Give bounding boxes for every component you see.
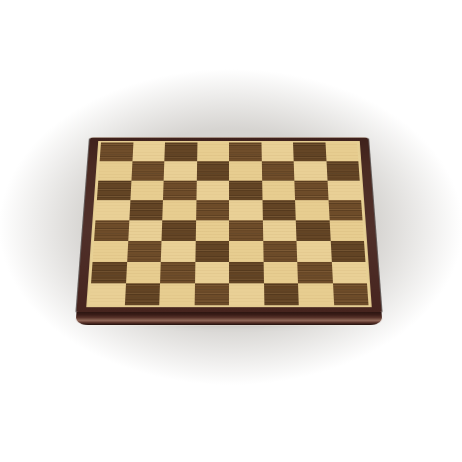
square-d3 bbox=[195, 241, 229, 262]
square-f6 bbox=[262, 181, 295, 201]
square-d8 bbox=[197, 142, 229, 161]
square-c8 bbox=[164, 142, 197, 161]
square-g4 bbox=[296, 220, 330, 241]
square-c4 bbox=[162, 220, 196, 241]
board-front-edge bbox=[75, 312, 382, 325]
board-grid bbox=[89, 142, 368, 305]
square-g7 bbox=[294, 161, 327, 180]
square-e2 bbox=[229, 262, 263, 283]
square-f4 bbox=[262, 220, 296, 241]
square-g2 bbox=[297, 262, 332, 283]
square-g3 bbox=[296, 241, 331, 262]
square-h7 bbox=[326, 161, 360, 180]
square-c1 bbox=[159, 283, 194, 305]
square-a8 bbox=[100, 142, 133, 161]
product-photo-scene bbox=[0, 0, 462, 462]
square-a6 bbox=[97, 181, 131, 201]
square-f1 bbox=[263, 283, 298, 305]
square-d5 bbox=[196, 200, 229, 220]
board-inlay-line bbox=[86, 141, 372, 307]
square-d2 bbox=[195, 262, 229, 283]
square-c6 bbox=[163, 181, 196, 201]
square-h1 bbox=[332, 283, 368, 305]
square-f5 bbox=[262, 200, 296, 220]
square-h2 bbox=[331, 262, 367, 283]
square-e8 bbox=[229, 142, 261, 161]
square-e1 bbox=[229, 283, 264, 305]
square-a1 bbox=[89, 283, 125, 305]
square-h4 bbox=[329, 220, 364, 241]
square-c7 bbox=[164, 161, 197, 180]
square-e6 bbox=[229, 181, 262, 201]
square-d1 bbox=[194, 283, 229, 305]
square-e5 bbox=[229, 200, 262, 220]
square-h8 bbox=[325, 142, 358, 161]
square-d4 bbox=[195, 220, 229, 241]
square-c2 bbox=[160, 262, 195, 283]
square-g5 bbox=[295, 200, 329, 220]
square-a4 bbox=[94, 220, 129, 241]
square-b8 bbox=[132, 142, 165, 161]
square-a5 bbox=[95, 200, 129, 220]
square-c3 bbox=[161, 241, 195, 262]
square-c5 bbox=[162, 200, 196, 220]
square-g1 bbox=[298, 283, 334, 305]
square-f8 bbox=[261, 142, 294, 161]
square-b4 bbox=[128, 220, 162, 241]
square-e3 bbox=[229, 241, 263, 262]
board-frame bbox=[76, 138, 381, 313]
square-g8 bbox=[293, 142, 326, 161]
square-a2 bbox=[91, 262, 127, 283]
square-f3 bbox=[263, 241, 297, 262]
square-h3 bbox=[330, 241, 365, 262]
square-b6 bbox=[130, 181, 164, 201]
square-e4 bbox=[229, 220, 263, 241]
square-b2 bbox=[126, 262, 161, 283]
square-g6 bbox=[294, 181, 328, 201]
square-b7 bbox=[131, 161, 164, 180]
square-h6 bbox=[327, 181, 361, 201]
square-b5 bbox=[129, 200, 163, 220]
chess-board bbox=[75, 138, 382, 326]
square-a3 bbox=[93, 241, 128, 262]
square-f2 bbox=[263, 262, 298, 283]
square-h5 bbox=[328, 200, 362, 220]
square-d6 bbox=[196, 181, 229, 201]
square-a7 bbox=[98, 161, 132, 180]
square-b3 bbox=[127, 241, 162, 262]
square-e7 bbox=[229, 161, 262, 180]
square-d7 bbox=[196, 161, 229, 180]
square-f7 bbox=[261, 161, 294, 180]
square-b1 bbox=[124, 283, 160, 305]
